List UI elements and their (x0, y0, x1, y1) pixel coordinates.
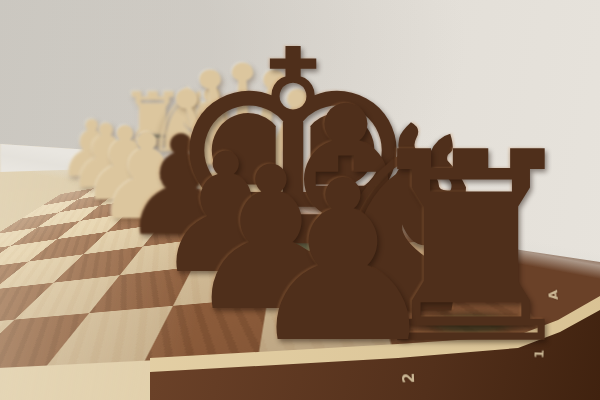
chess-photo-scene: A12 ♜♞♝♟♟♟♛♟♟♚♟♝♞♟♜♟ (0, 0, 600, 400)
piece-black-pawn-a1: ♟ (243, 151, 442, 373)
pieces-layer: ♜♞♝♟♟♟♛♟♟♚♟♝♞♟♜♟ (0, 0, 600, 400)
